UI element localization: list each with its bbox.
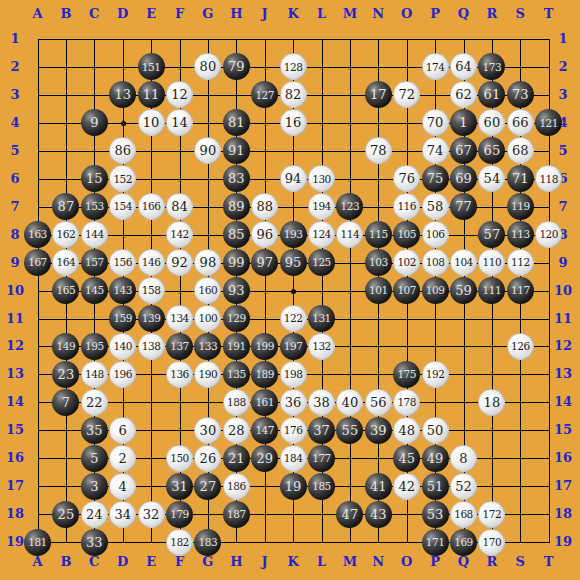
stone-black: 117 bbox=[507, 277, 534, 304]
move-number: 98 bbox=[200, 256, 217, 269]
move-number: 101 bbox=[369, 285, 388, 296]
move-number: 173 bbox=[483, 62, 502, 73]
coord-label-top: J bbox=[255, 7, 275, 21]
coord-label-left: 1 bbox=[3, 32, 27, 46]
stone-white: 62 bbox=[450, 81, 477, 108]
stone-white: 68 bbox=[507, 137, 534, 164]
move-number: 153 bbox=[85, 201, 104, 212]
coord-label-bottom: B bbox=[56, 555, 76, 569]
move-number: 152 bbox=[113, 174, 132, 185]
stone-white: 10 bbox=[138, 109, 165, 136]
stone-white: 188 bbox=[223, 389, 250, 416]
move-number: 197 bbox=[284, 341, 303, 352]
move-number: 91 bbox=[228, 144, 245, 157]
coord-label-right: 12 bbox=[550, 339, 576, 353]
move-number: 16 bbox=[285, 116, 302, 129]
coord-label-right: 5 bbox=[550, 144, 576, 158]
move-number: 67 bbox=[455, 144, 472, 157]
stone-black: 93 bbox=[223, 277, 250, 304]
stone-white: 164 bbox=[52, 249, 79, 276]
stone-black: 83 bbox=[223, 165, 250, 192]
stone-black: 23 bbox=[52, 361, 79, 388]
stone-black: 131 bbox=[308, 305, 335, 332]
move-number: 49 bbox=[427, 452, 444, 465]
move-number: 169 bbox=[454, 537, 473, 548]
coord-label-right: 2 bbox=[550, 60, 576, 74]
move-number: 29 bbox=[256, 452, 273, 465]
move-number: 45 bbox=[398, 452, 415, 465]
stone-black: 85 bbox=[223, 221, 250, 248]
stone-white: 98 bbox=[194, 249, 221, 276]
coord-label-top: S bbox=[510, 7, 530, 21]
stone-white: 52 bbox=[450, 473, 477, 500]
coord-label-top: O bbox=[397, 7, 417, 21]
stone-black: 123 bbox=[336, 193, 363, 220]
stone-white: 90 bbox=[194, 137, 221, 164]
move-number: 105 bbox=[397, 229, 416, 240]
stone-white: 58 bbox=[422, 193, 449, 220]
stone-black: 185 bbox=[308, 473, 335, 500]
stone-black: 101 bbox=[365, 277, 392, 304]
move-number: 97 bbox=[256, 256, 273, 269]
stone-black: 47 bbox=[336, 501, 363, 528]
stone-black: 99 bbox=[223, 249, 250, 276]
stone-black: 81 bbox=[223, 109, 250, 136]
coord-label-bottom: K bbox=[283, 555, 303, 569]
stone-black: 89 bbox=[223, 193, 250, 220]
move-number: 108 bbox=[426, 257, 445, 268]
coord-label-top: E bbox=[141, 7, 161, 21]
coord-label-bottom: A bbox=[28, 555, 48, 569]
stone-white: 96 bbox=[251, 221, 278, 248]
move-number: 11 bbox=[143, 88, 160, 101]
stone-black: 75 bbox=[422, 165, 449, 192]
coord-label-right: 13 bbox=[550, 367, 576, 381]
move-number: 2 bbox=[119, 452, 127, 465]
go-board[interactable]: AABBCCDDEEFFGGHHJJKKLLMMNNOOPPQQRRSSTT11… bbox=[0, 0, 580, 580]
stone-black: 49 bbox=[422, 445, 449, 472]
move-number: 118 bbox=[539, 174, 558, 185]
stone-white: 36 bbox=[280, 389, 307, 416]
coord-label-top: Q bbox=[454, 7, 474, 21]
coord-label-left: 13 bbox=[3, 367, 27, 381]
move-number: 146 bbox=[142, 257, 161, 268]
move-number: 61 bbox=[484, 88, 501, 101]
move-number: 68 bbox=[512, 144, 529, 157]
move-number: 163 bbox=[28, 229, 47, 240]
stone-white: 18 bbox=[478, 389, 505, 416]
stone-white: 86 bbox=[109, 137, 136, 164]
move-number: 135 bbox=[227, 369, 246, 380]
move-number: 136 bbox=[170, 369, 189, 380]
stone-black: 97 bbox=[251, 249, 278, 276]
stone-black: 177 bbox=[308, 445, 335, 472]
move-number: 17 bbox=[370, 88, 387, 101]
coord-label-left: 17 bbox=[3, 479, 27, 493]
stone-white: 148 bbox=[81, 361, 108, 388]
move-number: 160 bbox=[199, 285, 218, 296]
stone-white: 120 bbox=[535, 221, 562, 248]
stone-white: 6 bbox=[109, 417, 136, 444]
move-number: 52 bbox=[455, 480, 472, 493]
move-number: 170 bbox=[483, 537, 502, 548]
move-number: 86 bbox=[114, 144, 131, 157]
stone-white: 182 bbox=[166, 529, 193, 556]
stone-black: 5 bbox=[81, 445, 108, 472]
stone-white: 42 bbox=[393, 473, 420, 500]
stone-white: 48 bbox=[393, 417, 420, 444]
coord-label-bottom: M bbox=[340, 555, 360, 569]
stone-white: 56 bbox=[365, 389, 392, 416]
move-number: 186 bbox=[227, 481, 246, 492]
stone-black: 95 bbox=[280, 249, 307, 276]
coord-label-right: 19 bbox=[550, 535, 576, 549]
stone-white: 158 bbox=[138, 277, 165, 304]
stone-black: 163 bbox=[24, 221, 51, 248]
stone-white: 172 bbox=[478, 501, 505, 528]
stone-black: 31 bbox=[166, 473, 193, 500]
move-number: 189 bbox=[255, 369, 274, 380]
stone-white: 110 bbox=[478, 249, 505, 276]
move-number: 190 bbox=[199, 369, 218, 380]
coord-label-left: 5 bbox=[3, 144, 27, 158]
stone-black: 133 bbox=[194, 333, 221, 360]
stone-black: 173 bbox=[478, 53, 505, 80]
stone-black: 29 bbox=[251, 445, 278, 472]
stone-white: 156 bbox=[109, 249, 136, 276]
stone-black: 105 bbox=[393, 221, 420, 248]
stone-black: 187 bbox=[223, 501, 250, 528]
move-number: 126 bbox=[511, 341, 530, 352]
coord-label-right: 14 bbox=[550, 395, 576, 409]
coord-label-bottom: O bbox=[397, 555, 417, 569]
stone-white: 184 bbox=[280, 445, 307, 472]
move-number: 71 bbox=[512, 172, 529, 185]
move-number: 25 bbox=[58, 508, 75, 521]
move-number: 175 bbox=[397, 369, 416, 380]
coord-label-left: 10 bbox=[3, 284, 27, 298]
move-number: 33 bbox=[86, 536, 103, 549]
move-number: 158 bbox=[142, 285, 161, 296]
stone-black: 161 bbox=[251, 389, 278, 416]
coord-label-bottom: D bbox=[113, 555, 133, 569]
stone-black: 45 bbox=[393, 445, 420, 472]
stone-black: 87 bbox=[52, 193, 79, 220]
coord-label-bottom: N bbox=[368, 555, 388, 569]
stone-black: 39 bbox=[365, 417, 392, 444]
move-number: 15 bbox=[86, 172, 103, 185]
move-number: 34 bbox=[114, 508, 131, 521]
move-number: 139 bbox=[142, 313, 161, 324]
stone-white: 54 bbox=[478, 165, 505, 192]
stone-black: 191 bbox=[223, 333, 250, 360]
stone-black: 193 bbox=[280, 221, 307, 248]
stone-white: 122 bbox=[280, 305, 307, 332]
move-number: 156 bbox=[113, 257, 132, 268]
stone-black: 147 bbox=[251, 417, 278, 444]
grid-line-vertical bbox=[350, 39, 351, 543]
move-number: 24 bbox=[86, 508, 103, 521]
stone-black: 135 bbox=[223, 361, 250, 388]
stone-white: 112 bbox=[507, 249, 534, 276]
move-number: 3 bbox=[90, 480, 98, 493]
move-number: 140 bbox=[113, 341, 132, 352]
move-number: 165 bbox=[57, 285, 76, 296]
coord-label-top: N bbox=[368, 7, 388, 21]
stone-white: 166 bbox=[138, 193, 165, 220]
coord-label-right: 1 bbox=[550, 32, 576, 46]
stone-black: 179 bbox=[166, 501, 193, 528]
move-number: 176 bbox=[284, 425, 303, 436]
move-number: 4 bbox=[119, 480, 127, 493]
coord-label-left: 15 bbox=[3, 423, 27, 437]
move-number: 185 bbox=[312, 481, 331, 492]
move-number: 37 bbox=[313, 424, 330, 437]
stone-black: 143 bbox=[109, 277, 136, 304]
coord-label-right: 9 bbox=[550, 256, 576, 270]
stone-black: 19 bbox=[280, 473, 307, 500]
stone-black: 129 bbox=[223, 305, 250, 332]
move-number: 35 bbox=[86, 424, 103, 437]
move-number: 78 bbox=[370, 144, 387, 157]
move-number: 94 bbox=[285, 172, 302, 185]
move-number: 43 bbox=[370, 508, 387, 521]
move-number: 9 bbox=[90, 116, 98, 129]
stone-white: 144 bbox=[81, 221, 108, 248]
coord-label-left: 6 bbox=[3, 172, 27, 186]
move-number: 5 bbox=[90, 452, 98, 465]
move-number: 32 bbox=[143, 508, 160, 521]
stone-black: 11 bbox=[138, 81, 165, 108]
move-number: 128 bbox=[284, 62, 303, 73]
stone-white: 134 bbox=[166, 305, 193, 332]
stone-white: 196 bbox=[109, 361, 136, 388]
stone-white: 50 bbox=[422, 417, 449, 444]
move-number: 55 bbox=[342, 424, 359, 437]
move-number: 90 bbox=[200, 144, 217, 157]
move-number: 39 bbox=[370, 424, 387, 437]
stone-white: 154 bbox=[109, 193, 136, 220]
move-number: 23 bbox=[58, 368, 75, 381]
coord-label-left: 18 bbox=[3, 507, 27, 521]
coord-label-left: 12 bbox=[3, 339, 27, 353]
coord-label-bottom: G bbox=[198, 555, 218, 569]
move-number: 109 bbox=[426, 285, 445, 296]
stone-white: 4 bbox=[109, 473, 136, 500]
stone-white: 8 bbox=[450, 445, 477, 472]
move-number: 59 bbox=[455, 284, 472, 297]
move-number: 79 bbox=[228, 60, 245, 73]
coord-label-bottom: C bbox=[84, 555, 104, 569]
stone-white: 28 bbox=[223, 417, 250, 444]
move-number: 60 bbox=[484, 116, 501, 129]
stone-white: 104 bbox=[450, 249, 477, 276]
move-number: 75 bbox=[427, 172, 444, 185]
move-number: 88 bbox=[256, 200, 273, 213]
stone-white: 40 bbox=[336, 389, 363, 416]
move-number: 8 bbox=[459, 452, 467, 465]
stone-black: 71 bbox=[507, 165, 534, 192]
stone-white: 80 bbox=[194, 53, 221, 80]
stone-black: 13 bbox=[109, 81, 136, 108]
coord-label-top: F bbox=[170, 7, 190, 21]
coord-label-left: 7 bbox=[3, 200, 27, 214]
move-number: 164 bbox=[57, 257, 76, 268]
stone-white: 70 bbox=[422, 109, 449, 136]
stone-black: 9 bbox=[81, 109, 108, 136]
stone-white: 76 bbox=[393, 165, 420, 192]
move-number: 138 bbox=[142, 341, 161, 352]
move-number: 77 bbox=[455, 200, 472, 213]
stone-black: 51 bbox=[422, 473, 449, 500]
move-number: 184 bbox=[284, 453, 303, 464]
move-number: 26 bbox=[200, 452, 217, 465]
stone-black: 149 bbox=[52, 333, 79, 360]
move-number: 96 bbox=[256, 228, 273, 241]
stone-black: 169 bbox=[450, 529, 477, 556]
stone-white: 74 bbox=[422, 137, 449, 164]
move-number: 178 bbox=[397, 397, 416, 408]
coord-label-right: 11 bbox=[550, 312, 576, 326]
move-number: 81 bbox=[228, 116, 245, 129]
move-number: 14 bbox=[171, 116, 188, 129]
move-number: 166 bbox=[142, 201, 161, 212]
stone-white: 16 bbox=[280, 109, 307, 136]
stone-white: 118 bbox=[535, 165, 562, 192]
move-number: 40 bbox=[342, 396, 359, 409]
coord-label-top: T bbox=[539, 7, 559, 21]
move-number: 74 bbox=[427, 144, 444, 157]
coord-label-top: A bbox=[28, 7, 48, 21]
star-point bbox=[121, 121, 126, 126]
move-number: 93 bbox=[228, 284, 245, 297]
stone-white: 152 bbox=[109, 165, 136, 192]
move-number: 18 bbox=[484, 396, 501, 409]
stone-white: 84 bbox=[166, 193, 193, 220]
stone-white: 140 bbox=[109, 333, 136, 360]
stone-black: 111 bbox=[478, 277, 505, 304]
stone-black: 41 bbox=[365, 473, 392, 500]
move-number: 129 bbox=[227, 313, 246, 324]
stone-white: 22 bbox=[81, 389, 108, 416]
move-number: 92 bbox=[171, 256, 188, 269]
move-number: 159 bbox=[113, 313, 132, 324]
move-number: 137 bbox=[170, 341, 189, 352]
move-number: 121 bbox=[539, 118, 558, 129]
move-number: 112 bbox=[511, 257, 530, 268]
stone-white: 14 bbox=[166, 109, 193, 136]
move-number: 133 bbox=[199, 341, 218, 352]
stone-black: 3 bbox=[81, 473, 108, 500]
move-number: 194 bbox=[312, 201, 331, 212]
stone-white: 178 bbox=[393, 389, 420, 416]
stone-black: 157 bbox=[81, 249, 108, 276]
move-number: 183 bbox=[199, 537, 218, 548]
stone-white: 198 bbox=[280, 361, 307, 388]
coord-label-bottom: H bbox=[226, 555, 246, 569]
stone-white: 142 bbox=[166, 221, 193, 248]
move-number: 12 bbox=[171, 88, 188, 101]
move-number: 76 bbox=[398, 172, 415, 185]
move-number: 157 bbox=[85, 257, 104, 268]
stone-white: 162 bbox=[52, 221, 79, 248]
move-number: 57 bbox=[484, 228, 501, 241]
move-number: 65 bbox=[484, 144, 501, 157]
stone-black: 107 bbox=[393, 277, 420, 304]
move-number: 171 bbox=[426, 537, 445, 548]
move-number: 132 bbox=[312, 341, 331, 352]
coord-label-top: H bbox=[226, 7, 246, 21]
move-number: 53 bbox=[427, 508, 444, 521]
move-number: 69 bbox=[455, 172, 472, 185]
stone-black: 1 bbox=[450, 109, 477, 136]
move-number: 6 bbox=[119, 424, 127, 437]
coord-label-right: 18 bbox=[550, 507, 576, 521]
move-number: 84 bbox=[171, 200, 188, 213]
move-number: 58 bbox=[427, 200, 444, 213]
move-number: 42 bbox=[398, 480, 415, 493]
stone-white: 38 bbox=[308, 389, 335, 416]
move-number: 41 bbox=[370, 480, 387, 493]
move-number: 54 bbox=[484, 172, 501, 185]
move-number: 110 bbox=[483, 257, 502, 268]
stone-black: 199 bbox=[251, 333, 278, 360]
move-number: 22 bbox=[86, 396, 103, 409]
coord-label-right: 16 bbox=[550, 451, 576, 465]
move-number: 19 bbox=[285, 480, 302, 493]
stone-white: 24 bbox=[81, 501, 108, 528]
coord-label-bottom: R bbox=[482, 555, 502, 569]
stone-white: 116 bbox=[393, 193, 420, 220]
stone-white: 194 bbox=[308, 193, 335, 220]
stone-white: 64 bbox=[450, 53, 477, 80]
coord-label-top: M bbox=[340, 7, 360, 21]
coord-label-bottom: T bbox=[539, 555, 559, 569]
stone-white: 176 bbox=[280, 417, 307, 444]
move-number: 56 bbox=[370, 396, 387, 409]
move-number: 199 bbox=[255, 341, 274, 352]
stone-black: 181 bbox=[24, 529, 51, 556]
stone-white: 88 bbox=[251, 193, 278, 220]
stone-black: 145 bbox=[81, 277, 108, 304]
stone-black: 57 bbox=[478, 221, 505, 248]
move-number: 151 bbox=[142, 62, 161, 73]
stone-white: 82 bbox=[280, 81, 307, 108]
stone-white: 146 bbox=[138, 249, 165, 276]
stone-black: 183 bbox=[194, 529, 221, 556]
stone-black: 171 bbox=[422, 529, 449, 556]
coord-label-bottom: F bbox=[170, 555, 190, 569]
stone-white: 106 bbox=[422, 221, 449, 248]
move-number: 168 bbox=[454, 509, 473, 520]
stone-white: 170 bbox=[478, 529, 505, 556]
move-number: 172 bbox=[483, 509, 502, 520]
move-number: 95 bbox=[285, 256, 302, 269]
stone-black: 165 bbox=[52, 277, 79, 304]
stone-white: 94 bbox=[280, 165, 307, 192]
move-number: 85 bbox=[228, 228, 245, 241]
coord-label-top: R bbox=[482, 7, 502, 21]
move-number: 167 bbox=[28, 257, 47, 268]
move-number: 181 bbox=[28, 537, 47, 548]
stone-white: 138 bbox=[138, 333, 165, 360]
move-number: 103 bbox=[369, 257, 388, 268]
stone-white: 114 bbox=[336, 221, 363, 248]
stone-white: 102 bbox=[393, 249, 420, 276]
move-number: 122 bbox=[284, 313, 303, 324]
move-number: 120 bbox=[539, 229, 558, 240]
move-number: 154 bbox=[113, 201, 132, 212]
